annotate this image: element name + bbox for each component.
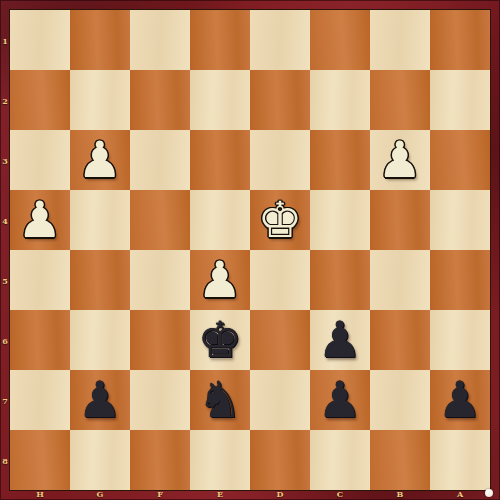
square-h5[interactable] — [10, 250, 70, 310]
square-b2[interactable] — [370, 70, 430, 130]
square-h2[interactable] — [10, 70, 70, 130]
side-to-move-indicator — [485, 489, 493, 497]
file-label-a: A — [450, 488, 470, 500]
chess-app: ♟♟♟♚♟♚♟♟♞♟♟ 12345678HGFEDCBA — [0, 0, 500, 500]
square-f2[interactable] — [130, 70, 190, 130]
square-b3[interactable]: ♟ — [370, 130, 430, 190]
file-label-d: D — [270, 488, 290, 500]
white-pawn[interactable]: ♟ — [78, 131, 123, 189]
rank-label-5: 5 — [0, 276, 10, 286]
square-c5[interactable] — [310, 250, 370, 310]
rank-label-6: 6 — [0, 336, 10, 346]
black-pawn[interactable]: ♟ — [438, 371, 483, 429]
square-b4[interactable] — [370, 190, 430, 250]
square-e3[interactable] — [190, 130, 250, 190]
square-e4[interactable] — [190, 190, 250, 250]
file-label-c: C — [330, 488, 350, 500]
square-g4[interactable] — [70, 190, 130, 250]
square-g7[interactable]: ♟ — [70, 370, 130, 430]
square-b5[interactable] — [370, 250, 430, 310]
white-king[interactable]: ♚ — [258, 191, 303, 249]
file-label-f: F — [150, 488, 170, 500]
square-c6[interactable]: ♟ — [310, 310, 370, 370]
square-d2[interactable] — [250, 70, 310, 130]
square-g8[interactable] — [70, 430, 130, 490]
rank-label-3: 3 — [0, 156, 10, 166]
square-f7[interactable] — [130, 370, 190, 430]
square-a7[interactable]: ♟ — [430, 370, 490, 430]
rank-label-1: 1 — [0, 36, 10, 46]
square-d8[interactable] — [250, 430, 310, 490]
square-g2[interactable] — [70, 70, 130, 130]
square-f8[interactable] — [130, 430, 190, 490]
black-pawn[interactable]: ♟ — [318, 371, 363, 429]
file-label-h: H — [30, 488, 50, 500]
square-h4[interactable]: ♟ — [10, 190, 70, 250]
square-g3[interactable]: ♟ — [70, 130, 130, 190]
square-a2[interactable] — [430, 70, 490, 130]
rank-label-7: 7 — [0, 396, 10, 406]
square-d3[interactable] — [250, 130, 310, 190]
square-e8[interactable] — [190, 430, 250, 490]
black-king[interactable]: ♚ — [198, 311, 243, 369]
square-a1[interactable] — [430, 10, 490, 70]
square-b7[interactable] — [370, 370, 430, 430]
file-label-b: B — [390, 488, 410, 500]
white-pawn[interactable]: ♟ — [378, 131, 423, 189]
square-c3[interactable] — [310, 130, 370, 190]
square-h8[interactable] — [10, 430, 70, 490]
black-pawn[interactable]: ♟ — [78, 371, 123, 429]
square-c7[interactable]: ♟ — [310, 370, 370, 430]
file-label-g: G — [90, 488, 110, 500]
square-b1[interactable] — [370, 10, 430, 70]
rank-label-8: 8 — [0, 456, 10, 466]
square-h6[interactable] — [10, 310, 70, 370]
square-b6[interactable] — [370, 310, 430, 370]
square-d1[interactable] — [250, 10, 310, 70]
square-g1[interactable] — [70, 10, 130, 70]
square-e6[interactable]: ♚ — [190, 310, 250, 370]
square-e1[interactable] — [190, 10, 250, 70]
white-pawn[interactable]: ♟ — [198, 251, 243, 309]
square-f1[interactable] — [130, 10, 190, 70]
square-e5[interactable]: ♟ — [190, 250, 250, 310]
square-e7[interactable]: ♞ — [190, 370, 250, 430]
chess-board: ♟♟♟♚♟♚♟♟♞♟♟ — [10, 10, 490, 490]
square-f4[interactable] — [130, 190, 190, 250]
square-f5[interactable] — [130, 250, 190, 310]
black-knight[interactable]: ♞ — [198, 371, 243, 429]
square-d5[interactable] — [250, 250, 310, 310]
square-c2[interactable] — [310, 70, 370, 130]
square-a6[interactable] — [430, 310, 490, 370]
square-c8[interactable] — [310, 430, 370, 490]
rank-label-4: 4 — [0, 216, 10, 226]
square-a3[interactable] — [430, 130, 490, 190]
square-c4[interactable] — [310, 190, 370, 250]
square-a8[interactable] — [430, 430, 490, 490]
square-h7[interactable] — [10, 370, 70, 430]
square-h1[interactable] — [10, 10, 70, 70]
square-d4[interactable]: ♚ — [250, 190, 310, 250]
square-g5[interactable] — [70, 250, 130, 310]
square-d7[interactable] — [250, 370, 310, 430]
square-b8[interactable] — [370, 430, 430, 490]
square-f3[interactable] — [130, 130, 190, 190]
square-c1[interactable] — [310, 10, 370, 70]
black-pawn[interactable]: ♟ — [318, 311, 363, 369]
square-g6[interactable] — [70, 310, 130, 370]
square-f6[interactable] — [130, 310, 190, 370]
square-h3[interactable] — [10, 130, 70, 190]
square-d6[interactable] — [250, 310, 310, 370]
white-pawn[interactable]: ♟ — [18, 191, 63, 249]
square-a4[interactable] — [430, 190, 490, 250]
file-label-e: E — [210, 488, 230, 500]
square-a5[interactable] — [430, 250, 490, 310]
rank-label-2: 2 — [0, 96, 10, 106]
square-e2[interactable] — [190, 70, 250, 130]
